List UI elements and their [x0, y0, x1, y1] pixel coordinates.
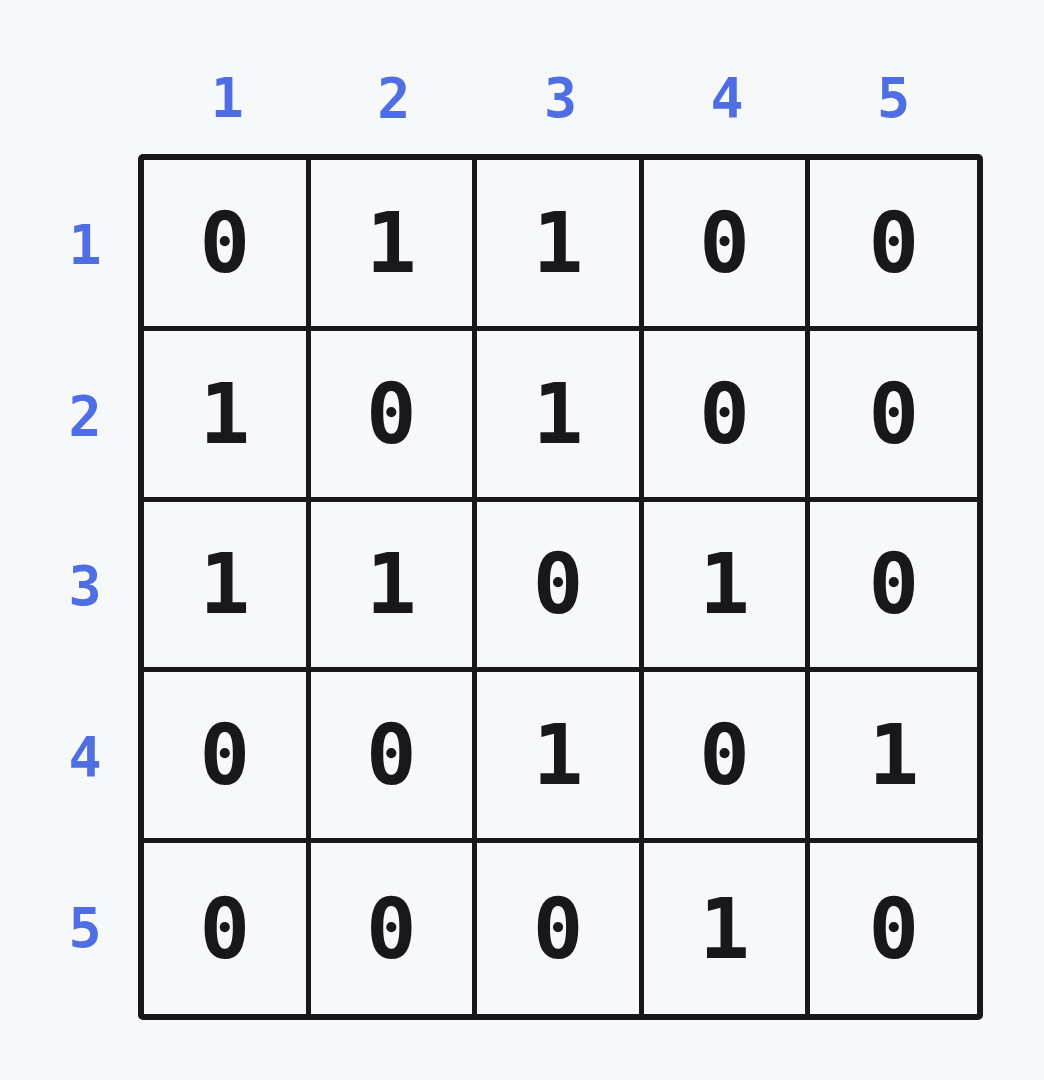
row-label-2: 2 — [50, 331, 120, 502]
cell-r3-c3: 0 — [477, 502, 644, 673]
cell-r4-c3: 1 — [477, 672, 644, 843]
cell-r3-c1: 1 — [144, 502, 311, 673]
cell-r1-c5: 0 — [810, 160, 977, 331]
cell-r4-c4: 0 — [644, 672, 811, 843]
cell-r5-c4: 1 — [644, 843, 811, 1014]
cell-r3-c5: 0 — [810, 502, 977, 673]
col-label-4: 4 — [644, 70, 811, 126]
row-label-1: 1 — [50, 160, 120, 331]
cell-r2-c1: 1 — [144, 331, 311, 502]
cell-r1-c3: 1 — [477, 160, 644, 331]
cell-r5-c1: 0 — [144, 843, 311, 1014]
row-label-3: 3 — [50, 502, 120, 673]
cell-r5-c5: 0 — [810, 843, 977, 1014]
cell-r1-c1: 0 — [144, 160, 311, 331]
cell-r5-c2: 0 — [311, 843, 478, 1014]
cell-r2-c4: 0 — [644, 331, 811, 502]
row-label-5: 5 — [50, 843, 120, 1014]
cell-r2-c5: 0 — [810, 331, 977, 502]
col-label-1: 1 — [144, 70, 311, 126]
row-label-4: 4 — [50, 672, 120, 843]
col-label-3: 3 — [477, 70, 644, 126]
binary-grid-diagram: 12345 12345 0110010100110100010100010 — [0, 0, 1044, 1080]
cell-r4-c1: 0 — [144, 672, 311, 843]
cell-r3-c2: 1 — [311, 502, 478, 673]
cell-r1-c2: 1 — [311, 160, 478, 331]
cell-r3-c4: 1 — [644, 502, 811, 673]
cell-r4-c2: 0 — [311, 672, 478, 843]
grid-board: 0110010100110100010100010 — [138, 154, 983, 1020]
cell-r2-c3: 1 — [477, 331, 644, 502]
cell-r4-c5: 1 — [810, 672, 977, 843]
cell-r2-c2: 0 — [311, 331, 478, 502]
col-label-2: 2 — [311, 70, 478, 126]
col-label-5: 5 — [810, 70, 977, 126]
column-labels: 12345 — [144, 70, 977, 126]
cell-r1-c4: 0 — [644, 160, 811, 331]
row-labels: 12345 — [50, 160, 120, 1014]
cell-r5-c3: 0 — [477, 843, 644, 1014]
